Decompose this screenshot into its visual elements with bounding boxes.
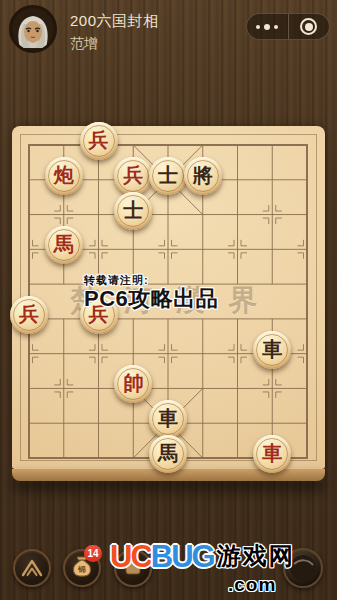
piece-glyph: 馬	[158, 443, 178, 463]
more-dots-icon	[274, 25, 278, 29]
collapse-button[interactable]	[13, 549, 51, 587]
piece-glyph: 車	[158, 408, 178, 428]
black-chariot[interactable]: 車	[149, 400, 187, 438]
brand-cn: 游戏网	[217, 540, 295, 572]
red-pawn[interactable]: 兵	[10, 296, 48, 334]
piece-glyph: 馬	[54, 234, 74, 254]
game-screen: 200六国封相 范增 楚河漢界 兵炮兵士將士馬兵兵車帥車馬車 转载请注明: PC…	[0, 0, 337, 600]
black-horse[interactable]: 馬	[149, 435, 187, 473]
miniprogram-capsule	[246, 13, 330, 40]
black-advisor[interactable]: 士	[114, 192, 152, 230]
player-avatar	[9, 5, 57, 53]
opponent-name: 范增	[70, 35, 98, 53]
brand-domain: .com	[228, 574, 276, 596]
piece-glyph: 帥	[123, 373, 143, 393]
black-chariot[interactable]: 車	[253, 331, 291, 369]
black-general[interactable]: 將	[184, 157, 222, 195]
chevron-up-icon	[19, 555, 45, 581]
red-cannon[interactable]: 炮	[45, 157, 83, 195]
piece-glyph: 將	[193, 165, 213, 185]
brand-bug: BUG	[151, 541, 214, 572]
watermark-note: 转载请注明:	[84, 275, 218, 287]
piece-glyph: 兵	[89, 130, 109, 150]
more-dots-icon	[264, 24, 270, 30]
piece-glyph: 炮	[54, 165, 74, 185]
red-chariot[interactable]: 車	[253, 435, 291, 473]
brand-uc: UC	[110, 541, 151, 572]
piece-glyph: 兵	[123, 165, 143, 185]
piece-glyph: 車	[262, 339, 282, 359]
site-watermark: UCBUG游戏网 .com	[110, 540, 337, 600]
more-dots-icon	[256, 25, 260, 29]
piece-glyph: 士	[158, 165, 178, 185]
red-horse[interactable]: 馬	[45, 226, 83, 264]
watermark-brand: PC6攻略出品	[84, 287, 218, 310]
river-char: 界	[226, 281, 260, 321]
more-menu-button[interactable]	[247, 14, 288, 39]
red-pawn[interactable]: 兵	[114, 157, 152, 195]
center-watermark: 转载请注明: PC6攻略出品	[84, 275, 218, 310]
close-circle-button[interactable]	[288, 14, 330, 39]
old-man-portrait	[12, 8, 54, 50]
level-title: 200六国封相	[70, 12, 159, 31]
hint-count-badge: 14	[84, 545, 102, 562]
piece-glyph: 兵	[19, 304, 39, 324]
piece-glyph: 車	[262, 443, 282, 463]
red-pawn[interactable]: 兵	[80, 122, 118, 160]
piece-glyph: 士	[123, 200, 143, 220]
black-advisor[interactable]: 士	[149, 157, 187, 195]
bag-label: 锦	[77, 565, 86, 574]
capsule-target-icon	[300, 18, 317, 35]
